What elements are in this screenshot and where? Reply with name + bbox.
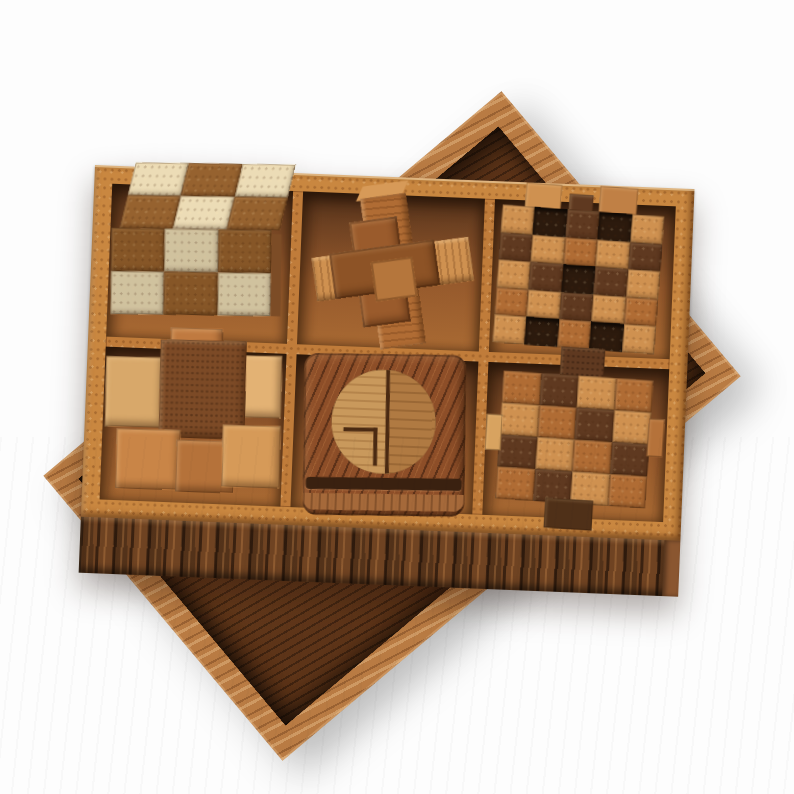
- window-inner-notch: [343, 427, 378, 465]
- compartment-front-left: [100, 347, 287, 507]
- wood-block-cell: [557, 319, 591, 349]
- wood-block-cell: [563, 237, 597, 267]
- window-inner-piece-right: [389, 370, 436, 475]
- wood-block-cell: [623, 297, 657, 327]
- wood-block-cell: [499, 403, 539, 437]
- wood-block-cell: [497, 434, 537, 468]
- lock-box-round-window: [331, 369, 436, 474]
- wood-block-cell: [218, 229, 272, 273]
- wood-block-cell: [561, 264, 595, 294]
- lock-box-groove: [306, 477, 462, 491]
- wood-block-cell: [611, 410, 651, 444]
- wood-block-cell: [226, 197, 287, 231]
- knobbed-burr-cube-puzzle: [485, 342, 665, 537]
- snake-cube-front-face: [110, 228, 271, 316]
- wood-block-cell: [496, 260, 530, 290]
- wood-block-cell: [628, 242, 662, 272]
- wood-block-cell: [572, 439, 612, 473]
- burr-center-block: [371, 257, 418, 302]
- wood-block-cell: [607, 474, 647, 508]
- wood-block-cell: [539, 373, 579, 407]
- snake-cube-top-face: [120, 162, 296, 230]
- wood-block-cell: [128, 162, 189, 196]
- wood-block-cell: [173, 196, 234, 230]
- wood-block-cell: [526, 290, 560, 320]
- wood-block-cell: [595, 239, 629, 269]
- wood-block-cell: [492, 315, 526, 345]
- six-piece-burr-puzzle: [299, 173, 489, 370]
- wood-block-cell: [591, 294, 625, 324]
- tray-front-right-end: [662, 540, 680, 597]
- corner-cube-left-block: [105, 356, 165, 427]
- wood-block-cell: [495, 466, 535, 500]
- lock-box-body: [303, 353, 467, 517]
- wood-block-cell: [111, 228, 165, 272]
- wood-block-cell: [589, 322, 623, 352]
- wood-block-cell: [110, 271, 164, 315]
- wood-block-cell: [574, 407, 614, 441]
- wood-block-cell: [534, 437, 574, 471]
- wood-block-cell: [533, 207, 567, 237]
- wood-block-cell: [500, 205, 534, 235]
- snake-cube-side-face: [270, 234, 281, 316]
- wood-block-cell: [494, 287, 528, 317]
- wood-block-cell: [614, 378, 654, 412]
- compartment-back-right: [488, 199, 675, 359]
- wood-block-cell: [217, 272, 271, 316]
- checkered-burr-cage-puzzle: [492, 179, 668, 359]
- burr-cube-left-stub: [484, 414, 502, 451]
- wood-block-cell: [630, 214, 664, 244]
- wood-block-cell: [120, 195, 181, 229]
- wood-block-cell: [529, 262, 563, 292]
- lock-box-base-edge: [303, 493, 465, 512]
- corner-cube-bottom-right-block: [221, 425, 280, 488]
- cage-lattice: [492, 205, 664, 355]
- compartment-back-center: [297, 191, 484, 351]
- compartment-front-right: [482, 362, 669, 522]
- wood-block-cell: [609, 442, 649, 476]
- wood-block-cell: [537, 405, 577, 439]
- wood-block-cell: [531, 235, 565, 265]
- wood-block-cell: [524, 317, 558, 347]
- burr-cube-right-stub: [646, 418, 664, 457]
- wood-block-cell: [576, 376, 616, 410]
- wood-block-cell: [597, 212, 631, 242]
- product-photo-scene: [0, 0, 794, 794]
- round-window-box-puzzle: [303, 353, 467, 517]
- corner-cube-bottom-left-block: [115, 428, 180, 489]
- corner-blocks-cube-puzzle: [103, 326, 285, 508]
- wood-block-cell: [625, 269, 659, 299]
- wood-block-cell: [164, 229, 218, 273]
- wood-block-cell: [593, 267, 627, 297]
- wood-block-cell: [559, 292, 593, 322]
- tray-grid: [100, 184, 676, 522]
- burr-cube-bottom-knob: [543, 498, 593, 531]
- wood-block-cell: [498, 232, 532, 262]
- compartment-front-center: [291, 354, 478, 514]
- wood-block-cell: [234, 164, 295, 198]
- burr-cube-lattice: [495, 371, 653, 509]
- tray-rim: [81, 165, 695, 541]
- wood-block-cell: [181, 163, 242, 197]
- puzzle-tray: [79, 165, 695, 597]
- compartment-back-left: [106, 184, 293, 344]
- wood-block-cell: [565, 209, 599, 239]
- wood-block-cell: [164, 272, 218, 316]
- wood-block-cell: [501, 371, 541, 405]
